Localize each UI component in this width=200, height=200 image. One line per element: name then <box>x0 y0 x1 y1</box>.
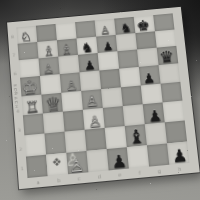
rank-label-3: 3 <box>18 128 21 133</box>
square-b5 <box>40 74 61 94</box>
square-c4 <box>61 91 83 112</box>
square-a6 <box>19 58 40 77</box>
square-c5: ♙ <box>60 72 81 92</box>
square-d2 <box>85 128 107 151</box>
square-a3 <box>23 113 45 135</box>
rank-label-8: 8 <box>11 34 14 39</box>
square-c3 <box>63 110 85 132</box>
rank-label-5: 5 <box>15 90 18 95</box>
square-h4 <box>161 82 183 103</box>
file-label-g: g <box>157 168 161 174</box>
file-label-h: h <box>178 166 182 172</box>
square-f1 <box>127 145 149 168</box>
square-d3: ♙ <box>83 108 105 130</box>
square-a7 <box>18 42 39 60</box>
square-a8: ♘ <box>16 26 37 44</box>
piece-white-king-a5: ♔ <box>19 78 40 97</box>
file-label-d: d <box>97 173 101 179</box>
square-b6: ♙ <box>39 57 60 76</box>
board-grid: ♘♙♞♚♗♗♞♟♙♟♛♔♙♟♖♕♙♙♟♝❖♙♟♟ <box>16 13 189 178</box>
photo-noise-speckles <box>0 0 1 1</box>
square-c1: ♙ <box>66 151 88 174</box>
square-g8: ♚ <box>134 15 155 33</box>
rank-label-6: 6 <box>14 71 17 76</box>
square-g5: ♟ <box>139 65 161 85</box>
piece-black-pawn-h1: ♟ <box>169 146 191 164</box>
square-d5 <box>80 71 102 91</box>
square-h2 <box>165 120 187 143</box>
square-b4: ♕ <box>41 93 62 114</box>
square-f8: ♞ <box>114 17 135 35</box>
square-f3 <box>123 104 145 126</box>
square-e6 <box>98 51 119 70</box>
square-f4 <box>121 85 143 106</box>
square-g2 <box>145 122 167 145</box>
square-e5 <box>99 69 121 89</box>
rank-label-7: 7 <box>12 53 15 58</box>
file-label-c: c <box>77 175 80 181</box>
square-e8: ♙ <box>95 19 116 37</box>
compass-rose-mark: ❖ <box>46 154 67 171</box>
square-f5 <box>119 67 141 87</box>
square-b8 <box>36 24 57 42</box>
rank-label-4: 4 <box>16 109 19 114</box>
square-d6: ♟ <box>78 53 99 72</box>
square-g3: ♟ <box>143 102 165 124</box>
file-label-b: b <box>57 177 61 183</box>
square-h3 <box>163 101 185 123</box>
square-b2 <box>44 132 66 155</box>
square-e1: ♟ <box>107 147 129 170</box>
file-label-e: e <box>118 171 122 177</box>
square-a2 <box>24 133 46 156</box>
square-c7: ♗ <box>57 38 78 56</box>
square-d4: ♙ <box>81 89 103 110</box>
square-d1 <box>86 149 108 172</box>
square-f6 <box>117 49 138 68</box>
file-label-a: a <box>36 179 40 185</box>
square-g6 <box>137 48 159 67</box>
square-c8 <box>56 22 77 40</box>
rank-label-1: 1 <box>21 166 24 171</box>
square-h6: ♛ <box>157 46 179 65</box>
square-b3 <box>43 112 65 134</box>
square-a5: ♔ <box>20 76 41 97</box>
piece-white-pawn-c1: ♙ <box>66 156 88 174</box>
square-g7 <box>135 31 156 49</box>
square-f7 <box>116 33 137 51</box>
square-e2 <box>105 126 127 149</box>
chess-board: SCHACH 87654321 ♘♙♞♚♗♗♞♟♙♟♛♔♙♟♖♕♙♙♟♝❖♙♟♟… <box>7 7 200 189</box>
square-e3 <box>103 106 125 128</box>
square-d7: ♞ <box>77 37 98 55</box>
square-c2 <box>65 130 87 153</box>
square-g4 <box>141 84 163 105</box>
square-b1: ❖ <box>46 153 68 176</box>
square-h5 <box>159 63 181 83</box>
rank-label-2: 2 <box>19 147 22 152</box>
square-c6 <box>58 55 79 74</box>
file-label-f: f <box>138 170 140 176</box>
square-g1 <box>147 143 169 166</box>
square-d8 <box>75 20 96 38</box>
square-b7: ♗ <box>37 40 58 58</box>
square-h7 <box>155 30 176 48</box>
square-f2: ♝ <box>125 124 147 147</box>
square-a4: ♖ <box>21 95 42 116</box>
square-h1: ♟ <box>167 142 189 165</box>
square-e4 <box>101 87 123 108</box>
square-h8 <box>153 13 174 31</box>
chessboard-photo: SCHACH 87654321 ♘♙♞♚♗♗♞♟♙♟♛♔♙♟♖♕♙♙♟♝❖♙♟♟… <box>0 0 200 200</box>
square-e7: ♟ <box>96 35 117 53</box>
square-a1 <box>26 155 48 178</box>
